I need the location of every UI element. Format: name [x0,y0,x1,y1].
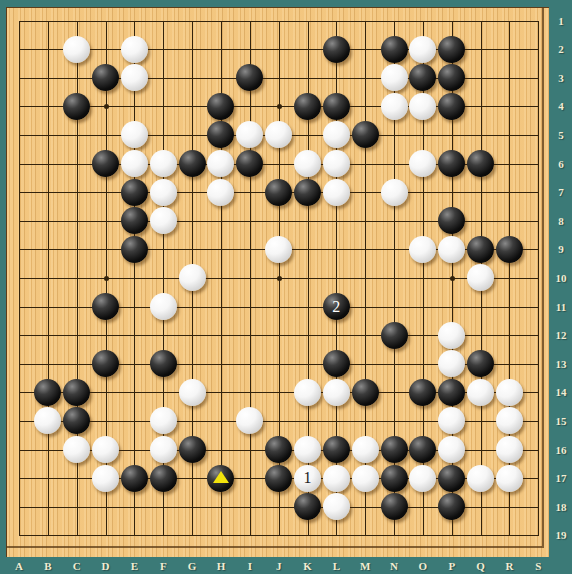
row-coordinate-label: 9 [550,242,572,256]
stone-white[interactable] [294,379,321,406]
star-point [277,276,282,281]
column-coordinate-label: D [97,559,115,573]
stone-black[interactable] [265,436,292,463]
row-coordinate-label: 19 [550,528,572,542]
stone-white[interactable] [323,150,350,177]
stone-black[interactable] [467,236,494,263]
stone-black[interactable] [294,493,321,520]
column-coordinate-label: J [270,559,288,573]
star-point [277,104,282,109]
stone-black[interactable] [121,465,148,492]
stone-white[interactable] [207,179,234,206]
stone-black[interactable] [381,465,408,492]
row-coordinate-label: 15 [550,414,572,428]
stone-white[interactable] [409,465,436,492]
row-coordinate-label: 4 [550,99,572,113]
stone-black[interactable] [92,150,119,177]
stone-white[interactable] [323,465,350,492]
column-coordinate-label: F [154,559,172,573]
stone-black[interactable] [265,465,292,492]
stone-black[interactable] [121,207,148,234]
stone-black[interactable] [63,93,90,120]
stone-black[interactable] [179,436,206,463]
row-coordinate-label: 18 [550,500,572,514]
column-coordinate-label: A [10,559,28,573]
row-coordinate-label: 16 [550,443,572,457]
row-coordinate-label: 5 [550,128,572,142]
row-coordinate-label: 11 [550,300,572,314]
stone-black[interactable] [294,93,321,120]
stone-black[interactable] [121,236,148,263]
grid-line-horizontal [19,535,539,536]
row-coordinate-label: 13 [550,357,572,371]
stone-black[interactable] [323,93,350,120]
stone-white[interactable] [150,150,177,177]
stone-white[interactable] [323,493,350,520]
stone-white[interactable] [496,436,523,463]
row-coordinate-label: 1 [550,14,572,28]
stone-white[interactable] [92,465,119,492]
stone-white[interactable] [150,436,177,463]
row-coordinate-label: 17 [550,471,572,485]
stone-white[interactable] [265,236,292,263]
stone-black[interactable] [150,350,177,377]
stone-black[interactable] [438,93,465,120]
stone-black[interactable] [323,350,350,377]
stone-white[interactable] [496,379,523,406]
stone-white[interactable] [381,179,408,206]
stone-black[interactable] [294,179,321,206]
stone-white[interactable] [150,407,177,434]
stone-white[interactable] [179,379,206,406]
stone-white[interactable] [294,150,321,177]
stone-white[interactable] [150,207,177,234]
column-coordinate-label: M [356,559,374,573]
stone-white[interactable] [381,93,408,120]
stone-white[interactable] [409,236,436,263]
go-board-window: 2112345678910111213141516171819ABCDEFGHI… [0,0,572,574]
stone-white[interactable] [121,64,148,91]
stone-white[interactable] [150,293,177,320]
row-coordinate-label: 8 [550,214,572,228]
stone-black[interactable] [438,379,465,406]
stone-white[interactable] [121,36,148,63]
column-coordinate-label: R [500,559,518,573]
stone-white[interactable] [294,465,321,492]
stone-white[interactable] [323,379,350,406]
column-coordinate-label: S [529,559,547,573]
stone-black[interactable] [438,465,465,492]
stone-white[interactable] [438,236,465,263]
stone-white[interactable] [63,436,90,463]
stone-black[interactable] [496,236,523,263]
stone-black[interactable] [352,121,379,148]
stone-white[interactable] [467,465,494,492]
stone-black[interactable] [381,322,408,349]
stone-white[interactable] [63,36,90,63]
column-coordinate-label: Q [472,559,490,573]
column-coordinate-label: N [385,559,403,573]
stone-black[interactable] [438,36,465,63]
stone-black[interactable] [352,379,379,406]
row-coordinate-label: 12 [550,328,572,342]
stone-white[interactable] [92,436,119,463]
stone-white[interactable] [438,322,465,349]
stone-black[interactable] [63,379,90,406]
column-coordinate-label: K [299,559,317,573]
star-point [450,276,455,281]
stone-black[interactable] [179,150,206,177]
stone-white[interactable] [294,436,321,463]
star-point [104,104,109,109]
column-coordinate-label: H [212,559,230,573]
stone-white[interactable] [352,465,379,492]
row-coordinate-label: 14 [550,385,572,399]
column-coordinate-label: E [125,559,143,573]
stone-black[interactable] [409,379,436,406]
row-coordinate-label: 3 [550,71,572,85]
row-coordinate-label: 7 [550,185,572,199]
stone-black[interactable] [381,493,408,520]
column-coordinate-label: I [241,559,259,573]
stone-white[interactable] [409,93,436,120]
stone-white[interactable] [381,64,408,91]
column-coordinate-label: P [443,559,461,573]
grid-line-vertical [538,21,539,537]
row-coordinate-label: 10 [550,271,572,285]
stone-black[interactable] [323,293,350,320]
column-coordinate-label: G [183,559,201,573]
stone-black[interactable] [92,293,119,320]
stone-white[interactable] [409,36,436,63]
stone-black[interactable] [381,436,408,463]
stone-black[interactable] [150,465,177,492]
stone-white[interactable] [179,264,206,291]
stone-white[interactable] [323,179,350,206]
column-coordinate-label: C [68,559,86,573]
stone-white[interactable] [467,379,494,406]
stone-white[interactable] [496,465,523,492]
stone-black[interactable] [381,36,408,63]
stone-white[interactable] [150,179,177,206]
column-coordinate-label: O [414,559,432,573]
row-coordinate-label: 2 [550,42,572,56]
stone-black[interactable] [207,465,234,492]
column-coordinate-label: B [39,559,57,573]
stone-white[interactable] [352,436,379,463]
stone-white[interactable] [121,150,148,177]
stone-black[interactable] [323,436,350,463]
star-point [104,276,109,281]
stone-black[interactable] [323,36,350,63]
row-coordinate-label: 6 [550,157,572,171]
stone-black[interactable] [467,150,494,177]
column-coordinate-label: L [327,559,345,573]
stone-black[interactable] [121,179,148,206]
stone-black[interactable] [34,379,61,406]
stone-black[interactable] [265,179,292,206]
